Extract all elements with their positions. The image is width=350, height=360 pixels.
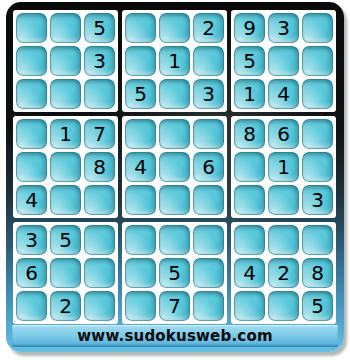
cell-r7c6[interactable]: [193, 225, 224, 255]
block-4: 1784: [13, 116, 118, 218]
block-6: 8613: [231, 116, 336, 218]
cell-r3c2[interactable]: [50, 79, 81, 109]
cell-r4c9[interactable]: [302, 119, 333, 149]
cell-r3c7[interactable]: 1: [234, 79, 265, 109]
cell-r1c2[interactable]: [50, 13, 81, 43]
cell-r4c3[interactable]: 7: [84, 119, 115, 149]
block-3: 93514: [231, 10, 336, 112]
cell-r5c5[interactable]: [159, 152, 190, 182]
cell-r9c6[interactable]: [193, 291, 224, 321]
cell-r6c3[interactable]: [84, 185, 115, 215]
cell-r9c4[interactable]: [125, 291, 156, 321]
cell-r9c3[interactable]: [84, 291, 115, 321]
cell-r9c7[interactable]: [234, 291, 265, 321]
site-url-text: www.sudokusweb.com: [77, 327, 272, 345]
cell-r5c8[interactable]: 1: [268, 152, 299, 182]
cell-r5c6[interactable]: 6: [193, 152, 224, 182]
cell-r7c8[interactable]: [268, 225, 299, 255]
block-8: 57: [122, 222, 227, 324]
cell-r9c1[interactable]: [16, 291, 47, 321]
page: { "game": "sudoku", "position": "0050029…: [0, 0, 350, 360]
block-1: 53: [13, 10, 118, 112]
cell-r6c1[interactable]: 4: [16, 185, 47, 215]
cell-r8c9[interactable]: 8: [302, 258, 333, 288]
cell-r6c8[interactable]: [268, 185, 299, 215]
cell-r2c8[interactable]: [268, 46, 299, 76]
cell-r4c8[interactable]: 6: [268, 119, 299, 149]
cell-r1c3[interactable]: 5: [84, 13, 115, 43]
cell-r7c7[interactable]: [234, 225, 265, 255]
cell-r6c9[interactable]: 3: [302, 185, 333, 215]
cell-r3c6[interactable]: 3: [193, 79, 224, 109]
cell-r8c6[interactable]: [193, 258, 224, 288]
cell-r4c2[interactable]: 1: [50, 119, 81, 149]
cell-r9c8[interactable]: [268, 291, 299, 321]
cell-r4c4[interactable]: [125, 119, 156, 149]
cell-r2c2[interactable]: [50, 46, 81, 76]
cell-r7c3[interactable]: [84, 225, 115, 255]
cell-r5c1[interactable]: [16, 152, 47, 182]
cell-r1c7[interactable]: 9: [234, 13, 265, 43]
cell-r1c4[interactable]: [125, 13, 156, 43]
cell-r6c6[interactable]: [193, 185, 224, 215]
block-7: 3562: [13, 222, 118, 324]
cell-r5c2[interactable]: [50, 152, 81, 182]
cell-r5c9[interactable]: [302, 152, 333, 182]
cell-r8c2[interactable]: [50, 258, 81, 288]
cell-r6c2[interactable]: [50, 185, 81, 215]
cell-r1c9[interactable]: [302, 13, 333, 43]
cell-r1c1[interactable]: [16, 13, 47, 43]
cell-r2c9[interactable]: [302, 46, 333, 76]
cell-r8c7[interactable]: 4: [234, 258, 265, 288]
cell-r3c9[interactable]: [302, 79, 333, 109]
cell-r3c3[interactable]: [84, 79, 115, 109]
cell-r8c1[interactable]: 6: [16, 258, 47, 288]
block-9: 4285: [231, 222, 336, 324]
footer-band: www.sudokusweb.com: [12, 325, 338, 347]
cell-r7c2[interactable]: 5: [50, 225, 81, 255]
cell-r8c4[interactable]: [125, 258, 156, 288]
cell-r4c6[interactable]: [193, 119, 224, 149]
cell-r8c5[interactable]: 5: [159, 258, 190, 288]
cell-r7c9[interactable]: [302, 225, 333, 255]
cell-r5c7[interactable]: [234, 152, 265, 182]
cell-r5c3[interactable]: 8: [84, 152, 115, 182]
sudoku-board: 5321539351417844686133562574285: [13, 10, 336, 324]
cell-r4c1[interactable]: [16, 119, 47, 149]
cell-r8c8[interactable]: 2: [268, 258, 299, 288]
block-2: 2153: [122, 10, 227, 112]
cell-r3c4[interactable]: 5: [125, 79, 156, 109]
cell-r2c1[interactable]: [16, 46, 47, 76]
cell-r8c3[interactable]: [84, 258, 115, 288]
sudoku-panel: 5321539351417844686133562574285 www.sudo…: [6, 2, 344, 352]
cell-r2c7[interactable]: 5: [234, 46, 265, 76]
cell-r7c1[interactable]: 3: [16, 225, 47, 255]
cell-r6c4[interactable]: [125, 185, 156, 215]
cell-r4c7[interactable]: 8: [234, 119, 265, 149]
cell-r2c5[interactable]: 1: [159, 46, 190, 76]
cell-r1c8[interactable]: 3: [268, 13, 299, 43]
cell-r3c8[interactable]: 4: [268, 79, 299, 109]
block-5: 46: [122, 116, 227, 218]
cell-r6c5[interactable]: [159, 185, 190, 215]
cell-r9c5[interactable]: 7: [159, 291, 190, 321]
cell-r7c5[interactable]: [159, 225, 190, 255]
cell-r1c6[interactable]: 2: [193, 13, 224, 43]
cell-r7c4[interactable]: [125, 225, 156, 255]
cell-r2c3[interactable]: 3: [84, 46, 115, 76]
cell-r5c4[interactable]: 4: [125, 152, 156, 182]
cell-r3c5[interactable]: [159, 79, 190, 109]
cell-r2c4[interactable]: [125, 46, 156, 76]
cell-r6c7[interactable]: [234, 185, 265, 215]
cell-r4c5[interactable]: [159, 119, 190, 149]
cell-r1c5[interactable]: [159, 13, 190, 43]
cell-r2c6[interactable]: [193, 46, 224, 76]
cell-r9c2[interactable]: 2: [50, 291, 81, 321]
cell-r9c9[interactable]: 5: [302, 291, 333, 321]
cell-r3c1[interactable]: [16, 79, 47, 109]
